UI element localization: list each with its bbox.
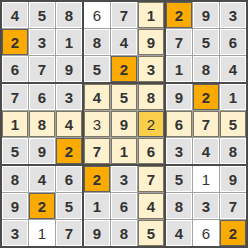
cell-r1c2[interactable]: 5: [29, 2, 55, 28]
cell-r2c8[interactable]: 5: [193, 29, 219, 55]
cell-r8c9[interactable]: 7: [220, 193, 246, 219]
box-5: 458392716: [84, 84, 164, 164]
cell-r5c1[interactable]: 1: [2, 111, 28, 137]
cell-r7c5[interactable]: 3: [111, 166, 137, 192]
cell-r1c7[interactable]: 2: [166, 2, 192, 28]
cell-r7c4[interactable]: 2: [84, 166, 110, 192]
cell-r4c9[interactable]: 1: [220, 84, 246, 110]
cell-r3c3[interactable]: 9: [56, 56, 82, 82]
cell-r8c2[interactable]: 2: [29, 193, 55, 219]
cell-r2c4[interactable]: 8: [84, 29, 110, 55]
cell-r5c8[interactable]: 7: [193, 111, 219, 137]
cell-r6c5[interactable]: 1: [111, 138, 137, 164]
cell-r6c6[interactable]: 6: [138, 138, 164, 164]
cell-r3c5[interactable]: 2: [111, 56, 137, 82]
cell-r4c6[interactable]: 8: [138, 84, 164, 110]
cell-r2c1[interactable]: 2: [2, 29, 28, 55]
cell-r9c8[interactable]: 6: [193, 220, 219, 246]
cell-r7c3[interactable]: 6: [56, 166, 82, 192]
cell-r7c9[interactable]: 9: [220, 166, 246, 192]
cell-r7c1[interactable]: 8: [2, 166, 28, 192]
cell-r9c5[interactable]: 8: [111, 220, 137, 246]
cell-r9c9[interactable]: 2: [220, 220, 246, 246]
cell-r9c1[interactable]: 3: [2, 220, 28, 246]
box-7: 846925317: [2, 166, 82, 246]
cell-r9c4[interactable]: 9: [84, 220, 110, 246]
cell-r1c9[interactable]: 3: [220, 2, 246, 28]
cell-r8c5[interactable]: 6: [111, 193, 137, 219]
box-3: 293756184: [166, 2, 246, 82]
cell-r3c1[interactable]: 6: [2, 56, 28, 82]
cell-r9c2[interactable]: 1: [29, 220, 55, 246]
cell-r3c9[interactable]: 4: [220, 56, 246, 82]
cell-r7c6[interactable]: 7: [138, 166, 164, 192]
cell-r4c5[interactable]: 5: [111, 84, 137, 110]
sudoku-app: 4582316796718495232937561847631845924583…: [0, 0, 250, 248]
cell-r6c9[interactable]: 8: [220, 138, 246, 164]
cell-r1c8[interactable]: 9: [193, 2, 219, 28]
cell-r4c8[interactable]: 2: [193, 84, 219, 110]
box-8: 237164985: [84, 166, 164, 246]
cell-r7c7[interactable]: 5: [166, 166, 192, 192]
cell-r3c2[interactable]: 7: [29, 56, 55, 82]
cell-r4c7[interactable]: 9: [166, 84, 192, 110]
cell-r2c3[interactable]: 1: [56, 29, 82, 55]
box-4: 763184592: [2, 84, 82, 164]
cell-r7c2[interactable]: 4: [29, 166, 55, 192]
cell-r1c4[interactable]: 6: [84, 2, 110, 28]
cell-r8c8[interactable]: 3: [193, 193, 219, 219]
sudoku-board: 4582316796718495232937561847631845924583…: [0, 0, 248, 248]
cell-r4c3[interactable]: 3: [56, 84, 82, 110]
cell-r5c2[interactable]: 8: [29, 111, 55, 137]
cell-r1c5[interactable]: 7: [111, 2, 137, 28]
cell-r5c4[interactable]: 3: [84, 111, 110, 137]
cell-r1c6[interactable]: 1: [138, 2, 164, 28]
cell-r4c1[interactable]: 7: [2, 84, 28, 110]
cell-r2c6[interactable]: 9: [138, 29, 164, 55]
cell-r3c4[interactable]: 5: [84, 56, 110, 82]
cell-r5c9[interactable]: 5: [220, 111, 246, 137]
cell-r7c8[interactable]: 1: [193, 166, 219, 192]
cell-r6c3[interactable]: 2: [56, 138, 82, 164]
cell-r4c2[interactable]: 6: [29, 84, 55, 110]
cell-r2c7[interactable]: 7: [166, 29, 192, 55]
box-6: 921675348: [166, 84, 246, 164]
cell-r5c7[interactable]: 6: [166, 111, 192, 137]
cell-r5c5[interactable]: 9: [111, 111, 137, 137]
cell-r9c6[interactable]: 5: [138, 220, 164, 246]
cell-r5c6[interactable]: 2: [138, 111, 164, 137]
cell-r8c1[interactable]: 9: [2, 193, 28, 219]
cell-r1c3[interactable]: 8: [56, 2, 82, 28]
cell-r9c7[interactable]: 4: [166, 220, 192, 246]
cell-r5c3[interactable]: 4: [56, 111, 82, 137]
cell-r6c8[interactable]: 4: [193, 138, 219, 164]
box-1: 458231679: [2, 2, 82, 82]
cell-r6c7[interactable]: 3: [166, 138, 192, 164]
cell-r2c9[interactable]: 6: [220, 29, 246, 55]
cell-r6c1[interactable]: 5: [2, 138, 28, 164]
cell-r6c2[interactable]: 9: [29, 138, 55, 164]
box-9: 519837462: [166, 166, 246, 246]
cell-r8c3[interactable]: 5: [56, 193, 82, 219]
cell-r8c4[interactable]: 1: [84, 193, 110, 219]
box-2: 671849523: [84, 2, 164, 82]
cell-r8c6[interactable]: 4: [138, 193, 164, 219]
cell-r3c7[interactable]: 1: [166, 56, 192, 82]
cell-r2c5[interactable]: 4: [111, 29, 137, 55]
cell-r2c2[interactable]: 3: [29, 29, 55, 55]
cell-r3c8[interactable]: 8: [193, 56, 219, 82]
cell-r4c4[interactable]: 4: [84, 84, 110, 110]
cell-r8c7[interactable]: 8: [166, 193, 192, 219]
cell-r3c6[interactable]: 3: [138, 56, 164, 82]
cell-r9c3[interactable]: 7: [56, 220, 82, 246]
cell-r6c4[interactable]: 7: [84, 138, 110, 164]
cell-r1c1[interactable]: 4: [2, 2, 28, 28]
